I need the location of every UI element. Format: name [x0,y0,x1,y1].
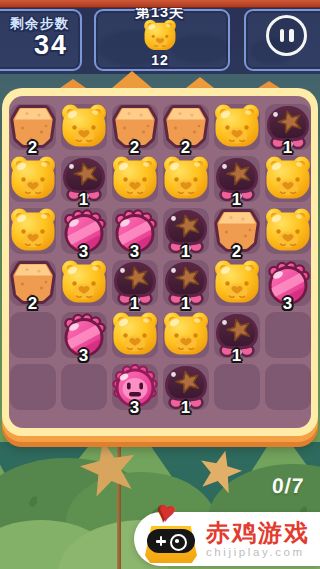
watermark-text: 赤鸡游戏 chijiplay.com [206,520,310,558]
pink-berry-piece: 3 [59,310,109,360]
hit-count: 3 [130,399,139,416]
game-board: 2 2 2 1 [2,88,318,436]
honey-cube-piece: 2 [212,206,262,256]
gummy-bear-piece [161,154,211,204]
pink-berry-face-piece: 3 [110,362,160,412]
cell-r3c3[interactable]: 3 [112,208,158,254]
cell-r3c6[interactable] [265,208,311,254]
pause-icon [289,29,294,42]
heart-icon: ♥ [156,496,179,529]
cell-r1c6[interactable]: 1 [265,104,311,150]
button-eye-icon [170,534,187,551]
honey-cube-piece: 2 [161,102,211,152]
gummy-bear-piece [161,310,211,360]
gummy-bear-piece [59,258,109,308]
gamepad-shape [147,529,195,553]
cell-r2c4[interactable] [163,156,209,202]
honey-cube-piece: 2 [8,258,58,308]
cell-r4c2[interactable] [61,260,107,306]
gummy-bear-piece [212,102,262,152]
gummy-bear-piece [59,102,109,152]
stage-top-bar [0,0,320,8]
cell-r3c4[interactable]: 1 [163,208,209,254]
hit-count: 1 [232,347,241,364]
cell-r1c5[interactable] [214,104,260,150]
choco-star-piece: 1 [212,154,262,204]
cell-r5c6[interactable] [265,312,311,358]
mountain-triangle [186,77,214,88]
hit-count: 1 [181,399,190,416]
watermark-badge[interactable]: ♥ 赤鸡游戏 chijiplay.com [134,512,320,566]
gummy-bear-piece [263,154,313,204]
cell-r6c4[interactable]: 1 [163,364,209,410]
cell-r3c1[interactable] [10,208,56,254]
cell-r1c3[interactable]: 2 [112,104,158,150]
cell-r1c4[interactable]: 2 [163,104,209,150]
gummy-bear-piece [8,154,58,204]
pink-berry-piece: 3 [110,206,160,256]
cell-r2c2[interactable]: 1 [61,156,107,202]
hit-count: 3 [79,347,88,364]
cell-r2c6[interactable] [265,156,311,202]
game-screen: 剩余步数 34 第13关 12 2 [0,0,320,569]
gummy-bear-piece [110,310,160,360]
cell-r4c5[interactable] [214,260,260,306]
steps-value: 34 [34,30,68,61]
pink-berry-piece: 3 [263,258,313,308]
choco-star-piece: 1 [161,258,211,308]
pause-icon [280,29,285,42]
cell-r6c6[interactable] [265,364,311,410]
cell-r4c1[interactable]: 2 [10,260,56,306]
pause-button[interactable] [266,15,307,56]
cell-r5c2[interactable]: 3 [61,312,107,358]
choco-star-piece: 1 [263,102,313,152]
choco-star-piece: 1 [161,362,211,412]
hit-count: 3 [283,295,292,312]
choco-star-piece: 1 [161,206,211,256]
board-grid: 2 2 2 1 [9,96,311,428]
cell-r2c1[interactable] [10,156,56,202]
cell-r6c3[interactable]: 3 [112,364,158,410]
goal-count: 12 [94,52,226,68]
cell-r6c1[interactable] [10,364,56,410]
hit-count: 2 [28,295,37,312]
honey-cube-piece: 2 [110,102,160,152]
progress-counter: 0/7 [271,474,305,498]
mountain-triangle [112,71,152,88]
pink-berry-piece: 3 [59,206,109,256]
dpad-icon [156,536,166,546]
cell-r5c3[interactable] [112,312,158,358]
cell-r3c2[interactable]: 3 [61,208,107,254]
brand-name: 赤鸡游戏 [206,520,310,545]
cell-r4c6[interactable]: 3 [265,260,311,306]
choco-star-piece: 1 [59,154,109,204]
mountain-triangle [60,79,86,88]
cell-r4c3[interactable]: 1 [112,260,158,306]
gummy-bear-icon [142,18,178,52]
cell-r2c5[interactable]: 1 [214,156,260,202]
brand-domain: chijiplay.com [206,546,310,558]
cell-r2c3[interactable] [112,156,158,202]
cell-r6c2[interactable] [61,364,107,410]
choco-star-piece: 1 [110,258,160,308]
cell-r5c1[interactable] [10,312,56,358]
mountain-triangle [258,81,280,88]
gummy-bear-piece [110,154,160,204]
gummy-bear-piece [263,206,313,256]
game-controller-icon: ♥ [143,514,199,564]
cell-r3c5[interactable]: 2 [214,208,260,254]
choco-star-piece: 1 [212,310,262,360]
cell-r5c4[interactable] [163,312,209,358]
cell-r1c2[interactable] [61,104,107,150]
honey-cube-piece: 2 [8,102,58,152]
top-hud: 剩余步数 34 第13关 12 [0,0,320,74]
cell-r5c5[interactable]: 1 [214,312,260,358]
cell-r6c5[interactable] [214,364,260,410]
cell-r4c4[interactable]: 1 [163,260,209,306]
cell-r1c1[interactable]: 2 [10,104,56,150]
gummy-bear-piece [212,258,262,308]
gummy-bear-piece [8,206,58,256]
